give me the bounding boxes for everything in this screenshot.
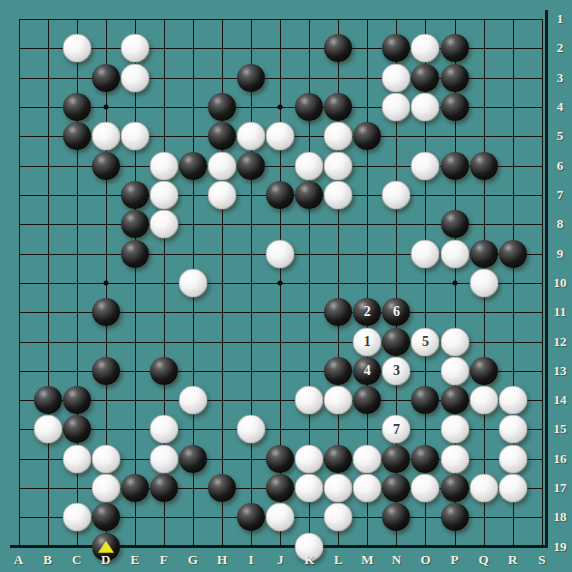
go-board[interactable]: [10, 10, 548, 548]
go-diagram-window: 2615437ABCDEFGHIJKLMNOPQRS12345678910111…: [0, 0, 572, 572]
